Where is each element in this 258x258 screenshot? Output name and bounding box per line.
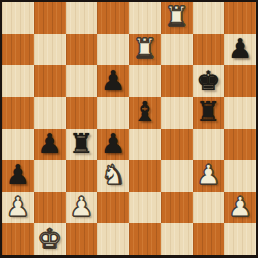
square-d5[interactable]: [97, 97, 129, 129]
square-g5[interactable]: ♜: [193, 97, 225, 129]
square-d7[interactable]: [97, 34, 129, 66]
white-king: ♚: [38, 225, 62, 252]
square-a1[interactable]: [2, 223, 34, 255]
square-e4[interactable]: [129, 129, 161, 161]
square-a4[interactable]: [2, 129, 34, 161]
square-c7[interactable]: [66, 34, 98, 66]
square-h2[interactable]: ♟: [224, 192, 256, 224]
square-b3[interactable]: [34, 160, 66, 192]
square-c8[interactable]: [66, 2, 98, 34]
black-rook: ♜: [196, 98, 220, 125]
square-h5[interactable]: [224, 97, 256, 129]
square-b4[interactable]: ♟: [34, 129, 66, 161]
square-e3[interactable]: [129, 160, 161, 192]
square-e1[interactable]: [129, 223, 161, 255]
square-b8[interactable]: [34, 2, 66, 34]
square-b1[interactable]: ♚: [34, 223, 66, 255]
square-a7[interactable]: [2, 34, 34, 66]
square-d8[interactable]: [97, 2, 129, 34]
square-f2[interactable]: [161, 192, 193, 224]
white-pawn: ♟: [196, 161, 220, 188]
square-e6[interactable]: [129, 65, 161, 97]
black-pawn: ♟: [38, 130, 62, 157]
white-rook: ♜: [133, 35, 157, 62]
black-king: ♚: [196, 67, 220, 94]
square-f8[interactable]: ♜: [161, 2, 193, 34]
black-pawn: ♟: [101, 130, 125, 157]
square-f3[interactable]: [161, 160, 193, 192]
square-f1[interactable]: [161, 223, 193, 255]
square-c6[interactable]: [66, 65, 98, 97]
square-c4[interactable]: ♜: [66, 129, 98, 161]
square-d2[interactable]: [97, 192, 129, 224]
square-h6[interactable]: [224, 65, 256, 97]
square-g3[interactable]: ♟: [193, 160, 225, 192]
white-pawn: ♟: [69, 193, 93, 220]
square-g6[interactable]: ♚: [193, 65, 225, 97]
square-g8[interactable]: [193, 2, 225, 34]
square-h1[interactable]: [224, 223, 256, 255]
square-a6[interactable]: [2, 65, 34, 97]
square-g2[interactable]: [193, 192, 225, 224]
square-d3[interactable]: ♞: [97, 160, 129, 192]
black-bishop: ♝: [133, 98, 157, 125]
white-pawn: ♟: [6, 193, 30, 220]
chess-board-frame: ♜♜♟♟♚♝♜♟♜♟♟♞♟♟♟♟♚: [0, 0, 258, 258]
black-pawn: ♟: [101, 67, 125, 94]
square-f7[interactable]: [161, 34, 193, 66]
square-e7[interactable]: ♜: [129, 34, 161, 66]
white-pawn: ♟: [228, 193, 252, 220]
square-f4[interactable]: [161, 129, 193, 161]
square-b7[interactable]: [34, 34, 66, 66]
square-e2[interactable]: [129, 192, 161, 224]
square-f5[interactable]: [161, 97, 193, 129]
square-c2[interactable]: ♟: [66, 192, 98, 224]
square-h3[interactable]: [224, 160, 256, 192]
square-d6[interactable]: ♟: [97, 65, 129, 97]
square-c3[interactable]: [66, 160, 98, 192]
square-g7[interactable]: [193, 34, 225, 66]
square-g4[interactable]: [193, 129, 225, 161]
square-c1[interactable]: [66, 223, 98, 255]
square-f6[interactable]: [161, 65, 193, 97]
square-g1[interactable]: [193, 223, 225, 255]
square-a3[interactable]: ♟: [2, 160, 34, 192]
square-e5[interactable]: ♝: [129, 97, 161, 129]
square-h7[interactable]: ♟: [224, 34, 256, 66]
square-a8[interactable]: [2, 2, 34, 34]
black-pawn: ♟: [6, 161, 30, 188]
white-knight: ♞: [101, 161, 125, 188]
square-d4[interactable]: ♟: [97, 129, 129, 161]
white-rook: ♜: [165, 3, 189, 30]
square-b5[interactable]: [34, 97, 66, 129]
square-h8[interactable]: [224, 2, 256, 34]
black-rook: ♜: [69, 130, 93, 157]
square-a2[interactable]: ♟: [2, 192, 34, 224]
square-b6[interactable]: [34, 65, 66, 97]
square-c5[interactable]: [66, 97, 98, 129]
black-pawn: ♟: [228, 35, 252, 62]
square-b2[interactable]: [34, 192, 66, 224]
square-d1[interactable]: [97, 223, 129, 255]
chess-board: ♜♜♟♟♚♝♜♟♜♟♟♞♟♟♟♟♚: [2, 2, 256, 255]
square-e8[interactable]: [129, 2, 161, 34]
square-h4[interactable]: [224, 129, 256, 161]
square-a5[interactable]: [2, 97, 34, 129]
